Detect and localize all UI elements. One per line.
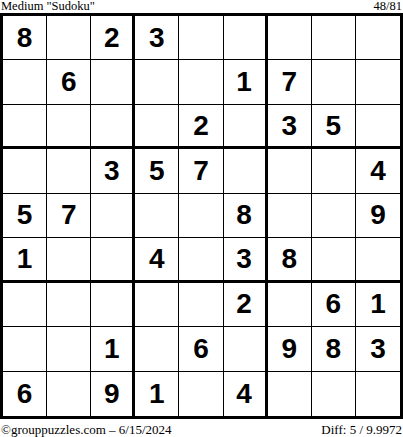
cell-r1c1[interactable]: 8 [3,16,47,60]
cell-r5c4[interactable] [135,194,179,238]
cell-r2c5[interactable] [179,60,223,104]
cell-r8c8[interactable]: 8 [312,327,356,371]
cell-r4c8[interactable] [312,149,356,193]
cell-r8c4[interactable] [135,327,179,371]
cell-r5c3[interactable] [91,194,135,238]
cell-r8c5[interactable]: 6 [179,327,223,371]
cell-r5c9[interactable]: 9 [356,194,400,238]
cell-r6c2[interactable] [47,238,91,282]
cell-r3c6[interactable] [224,105,268,149]
cell-r8c3[interactable]: 1 [91,327,135,371]
cell-r7c3[interactable] [91,283,135,327]
cell-r2c8[interactable] [312,60,356,104]
cell-r8c1[interactable] [3,327,47,371]
cell-r3c3[interactable] [91,105,135,149]
cell-r4c6[interactable] [224,149,268,193]
cell-r1c8[interactable] [312,16,356,60]
cell-r2c4[interactable] [135,60,179,104]
cell-r9c7[interactable] [268,372,312,416]
cell-r5c2[interactable]: 7 [47,194,91,238]
cell-r6c1[interactable]: 1 [3,238,47,282]
cell-r8c2[interactable] [47,327,91,371]
cell-r7c1[interactable] [3,283,47,327]
cell-r6c9[interactable] [356,238,400,282]
cell-r3c7[interactable]: 3 [268,105,312,149]
cell-r1c2[interactable] [47,16,91,60]
cell-r6c7[interactable]: 8 [268,238,312,282]
cell-r9c3[interactable]: 9 [91,372,135,416]
cell-r3c4[interactable] [135,105,179,149]
cell-r9c1[interactable]: 6 [3,372,47,416]
cell-r7c8[interactable]: 6 [312,283,356,327]
cell-r3c1[interactable] [3,105,47,149]
cell-r4c5[interactable]: 7 [179,149,223,193]
page-title: Medium "Sudoku" [1,0,95,13]
cell-r8c9[interactable]: 3 [356,327,400,371]
cell-r1c5[interactable] [179,16,223,60]
copyright-credit: ©grouppuzzles.com – 6/15/2024 [1,422,172,437]
cell-r6c6[interactable]: 3 [224,238,268,282]
cell-r5c6[interactable]: 8 [224,194,268,238]
cell-r1c6[interactable] [224,16,268,60]
cell-r4c9[interactable]: 4 [356,149,400,193]
cell-r9c6[interactable]: 4 [224,372,268,416]
footer: ©grouppuzzles.com – 6/15/2024 Diff: 5 / … [0,419,403,437]
difficulty-label: Diff: 5 / 9.9972 [321,422,402,437]
cell-r9c8[interactable] [312,372,356,416]
cell-r5c8[interactable] [312,194,356,238]
cell-r5c7[interactable] [268,194,312,238]
cell-r2c2[interactable]: 6 [47,60,91,104]
header: Medium "Sudoku" 48/81 [0,0,403,13]
cell-r1c4[interactable]: 3 [135,16,179,60]
sudoku-page: Medium "Sudoku" 48/81 823617235357457891… [0,0,403,437]
cell-r3c2[interactable] [47,105,91,149]
cell-r8c7[interactable]: 9 [268,327,312,371]
cell-r5c5[interactable] [179,194,223,238]
cell-r7c6[interactable]: 2 [224,283,268,327]
sudoku-board: 823617235357457891438261169836914 [0,13,403,419]
cell-r5c1[interactable]: 5 [3,194,47,238]
cell-r2c9[interactable] [356,60,400,104]
cell-r2c3[interactable] [91,60,135,104]
cell-r1c3[interactable]: 2 [91,16,135,60]
cell-r2c7[interactable]: 7 [268,60,312,104]
cell-r1c9[interactable] [356,16,400,60]
cell-r9c2[interactable] [47,372,91,416]
cell-r4c4[interactable]: 5 [135,149,179,193]
cell-r7c5[interactable] [179,283,223,327]
cell-r4c3[interactable]: 3 [91,149,135,193]
cell-r6c4[interactable]: 4 [135,238,179,282]
cell-r6c3[interactable] [91,238,135,282]
cell-r3c5[interactable]: 2 [179,105,223,149]
cell-r7c2[interactable] [47,283,91,327]
cell-r7c4[interactable] [135,283,179,327]
cell-r9c5[interactable] [179,372,223,416]
cell-r8c6[interactable] [224,327,268,371]
cell-r9c9[interactable] [356,372,400,416]
remaining-counter: 48/81 [374,0,402,13]
cell-r3c9[interactable] [356,105,400,149]
cell-r4c2[interactable] [47,149,91,193]
cell-r6c8[interactable] [312,238,356,282]
cell-r4c7[interactable] [268,149,312,193]
cell-r6c5[interactable] [179,238,223,282]
cell-r3c8[interactable]: 5 [312,105,356,149]
cell-r4c1[interactable] [3,149,47,193]
cell-r7c7[interactable] [268,283,312,327]
cell-r2c6[interactable]: 1 [224,60,268,104]
cell-r9c4[interactable]: 1 [135,372,179,416]
cell-r7c9[interactable]: 1 [356,283,400,327]
cell-r1c7[interactable] [268,16,312,60]
cell-r2c1[interactable] [3,60,47,104]
